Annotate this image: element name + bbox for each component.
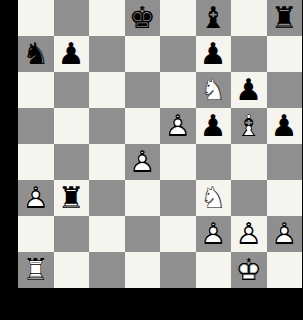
piece-outline: ♙ [267, 216, 303, 252]
square-c1[interactable] [89, 252, 125, 288]
white-knight: ♞♘ [196, 72, 232, 108]
square-e4[interactable] [160, 144, 196, 180]
square-f5[interactable]: ♟ [196, 108, 232, 144]
white-rook: ♜♖ [18, 252, 54, 288]
piece-outline: ♙ [196, 216, 232, 252]
square-h2[interactable]: ♟♙ [267, 216, 303, 252]
piece-outline: ♘ [196, 72, 232, 108]
white-pawn: ♟♙ [267, 216, 303, 252]
square-h4[interactable] [267, 144, 303, 180]
square-g5[interactable]: ♝♗ [231, 108, 267, 144]
square-c6[interactable] [89, 72, 125, 108]
square-a5[interactable] [18, 108, 54, 144]
square-b6[interactable] [54, 72, 90, 108]
square-d3[interactable] [125, 180, 161, 216]
white-pawn: ♟♙ [125, 144, 161, 180]
square-e2[interactable] [160, 216, 196, 252]
piece-outline: ♖ [18, 252, 54, 288]
square-h7[interactable] [267, 36, 303, 72]
piece-outline: ♙ [18, 180, 54, 216]
square-a1[interactable]: ♜♖ [18, 252, 54, 288]
square-d1[interactable] [125, 252, 161, 288]
square-a6[interactable] [18, 72, 54, 108]
square-f7[interactable]: ♟ [196, 36, 232, 72]
square-h5[interactable]: ♟ [267, 108, 303, 144]
square-e3[interactable] [160, 180, 196, 216]
white-bishop: ♝♗ [231, 108, 267, 144]
chess-diagram: ♚♝♜♞♟♟♞♘♟♟♙♟♝♗♟♟♙♟♙♜♞♘♟♙♟♙♟♙♜♖♚♔ [0, 0, 302, 320]
black-king: ♚ [125, 0, 161, 36]
black-pawn: ♟ [196, 36, 232, 72]
square-d2[interactable] [125, 216, 161, 252]
square-b5[interactable] [54, 108, 90, 144]
square-a7[interactable]: ♞ [18, 36, 54, 72]
black-pawn: ♟ [267, 108, 303, 144]
square-h1[interactable] [267, 252, 303, 288]
piece-outline: ♘ [196, 180, 232, 216]
square-g6[interactable]: ♟ [231, 72, 267, 108]
square-a2[interactable] [18, 216, 54, 252]
square-b8[interactable] [54, 0, 90, 36]
square-e6[interactable] [160, 72, 196, 108]
square-c4[interactable] [89, 144, 125, 180]
white-pawn: ♟♙ [231, 216, 267, 252]
square-g4[interactable] [231, 144, 267, 180]
square-f4[interactable] [196, 144, 232, 180]
square-g1[interactable]: ♚♔ [231, 252, 267, 288]
square-d6[interactable] [125, 72, 161, 108]
piece-outline: ♙ [160, 108, 196, 144]
black-rook: ♜ [54, 180, 90, 216]
square-e8[interactable] [160, 0, 196, 36]
white-pawn: ♟♙ [160, 108, 196, 144]
square-g2[interactable]: ♟♙ [231, 216, 267, 252]
square-b2[interactable] [54, 216, 90, 252]
black-pawn: ♟ [231, 72, 267, 108]
square-c5[interactable] [89, 108, 125, 144]
square-c8[interactable] [89, 0, 125, 36]
piece-outline: ♙ [231, 216, 267, 252]
square-f8[interactable]: ♝ [196, 0, 232, 36]
square-d4[interactable]: ♟♙ [125, 144, 161, 180]
square-d5[interactable] [125, 108, 161, 144]
square-c2[interactable] [89, 216, 125, 252]
square-c3[interactable] [89, 180, 125, 216]
square-e5[interactable]: ♟♙ [160, 108, 196, 144]
square-b4[interactable] [54, 144, 90, 180]
square-c7[interactable] [89, 36, 125, 72]
black-knight: ♞ [18, 36, 54, 72]
white-pawn: ♟♙ [18, 180, 54, 216]
black-pawn: ♟ [54, 36, 90, 72]
square-g8[interactable] [231, 0, 267, 36]
square-h8[interactable]: ♜ [267, 0, 303, 36]
square-d7[interactable] [125, 36, 161, 72]
square-h6[interactable] [267, 72, 303, 108]
square-b3[interactable]: ♜ [54, 180, 90, 216]
square-b7[interactable]: ♟ [54, 36, 90, 72]
black-bishop: ♝ [196, 0, 232, 36]
square-f1[interactable] [196, 252, 232, 288]
square-d8[interactable]: ♚ [125, 0, 161, 36]
square-g7[interactable] [231, 36, 267, 72]
square-e1[interactable] [160, 252, 196, 288]
white-knight: ♞♘ [196, 180, 232, 216]
white-king: ♚♔ [231, 252, 267, 288]
square-h3[interactable] [267, 180, 303, 216]
black-rook: ♜ [267, 0, 303, 36]
black-pawn: ♟ [196, 108, 232, 144]
piece-outline: ♙ [125, 144, 161, 180]
white-pawn: ♟♙ [196, 216, 232, 252]
square-e7[interactable] [160, 36, 196, 72]
square-g3[interactable] [231, 180, 267, 216]
square-a3[interactable]: ♟♙ [18, 180, 54, 216]
square-f6[interactable]: ♞♘ [196, 72, 232, 108]
chess-board: ♚♝♜♞♟♟♞♘♟♟♙♟♝♗♟♟♙♟♙♜♞♘♟♙♟♙♟♙♜♖♚♔ [18, 0, 302, 288]
square-a8[interactable] [18, 0, 54, 36]
square-b1[interactable] [54, 252, 90, 288]
square-a4[interactable] [18, 144, 54, 180]
square-f3[interactable]: ♞♘ [196, 180, 232, 216]
piece-outline: ♗ [231, 108, 267, 144]
piece-outline: ♔ [231, 252, 267, 288]
square-f2[interactable]: ♟♙ [196, 216, 232, 252]
